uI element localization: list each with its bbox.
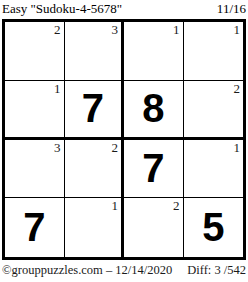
given-digit: 7 xyxy=(124,140,183,198)
cell-r2c1: 1 xyxy=(5,81,65,140)
corner-mark: 1 xyxy=(234,141,241,155)
cell-r1c1: 2 xyxy=(5,22,65,81)
given-digit: 5 xyxy=(184,198,244,257)
copyright-text: ©grouppuzzles.com – 12/14/2020 xyxy=(2,263,172,278)
page-number: 11/16 xyxy=(217,1,246,17)
corner-mark: 3 xyxy=(112,23,119,37)
corner-mark: 1 xyxy=(234,23,241,37)
cell-r3c1: 3 xyxy=(5,140,65,199)
cell-r1c3: 1 xyxy=(124,22,184,81)
page-header: Easy "Sudoku-4-5678" 11/16 xyxy=(2,1,246,17)
corner-mark: 2 xyxy=(173,199,180,213)
puzzle-page: Easy "Sudoku-4-5678" 11/16 2311178232717… xyxy=(0,0,248,282)
sudoku-board: 2311178232717125 xyxy=(2,19,246,260)
cell-r3c2: 2 xyxy=(65,140,125,199)
corner-mark: 2 xyxy=(54,23,61,37)
cell-r4c3: 2 xyxy=(124,198,184,257)
cell-r4c2: 1 xyxy=(65,198,125,257)
cell-r1c4: 1 xyxy=(184,22,244,81)
corner-mark: 1 xyxy=(54,82,61,96)
cell-r2c3: 8 xyxy=(124,81,184,140)
given-digit: 8 xyxy=(124,81,183,137)
corner-mark: 2 xyxy=(112,141,119,155)
corner-mark: 3 xyxy=(54,141,61,155)
corner-mark: 2 xyxy=(234,82,241,96)
cell-r4c1: 7 xyxy=(5,198,65,257)
corner-mark: 1 xyxy=(173,23,180,37)
cell-r2c4: 2 xyxy=(184,81,244,140)
given-digit: 7 xyxy=(5,198,64,257)
given-digit: 7 xyxy=(65,81,122,137)
cell-r3c3: 7 xyxy=(124,140,184,199)
cell-r2c2: 7 xyxy=(65,81,125,140)
page-title: Easy "Sudoku-4-5678" xyxy=(2,1,122,17)
difficulty-text: Diff: 3 /542 xyxy=(187,263,246,278)
cell-r1c2: 3 xyxy=(65,22,125,81)
cell-r4c4: 5 xyxy=(184,198,244,257)
corner-mark: 1 xyxy=(112,199,119,213)
page-footer: ©grouppuzzles.com – 12/14/2020 Diff: 3 /… xyxy=(2,263,246,278)
cell-r3c4: 1 xyxy=(184,140,244,199)
